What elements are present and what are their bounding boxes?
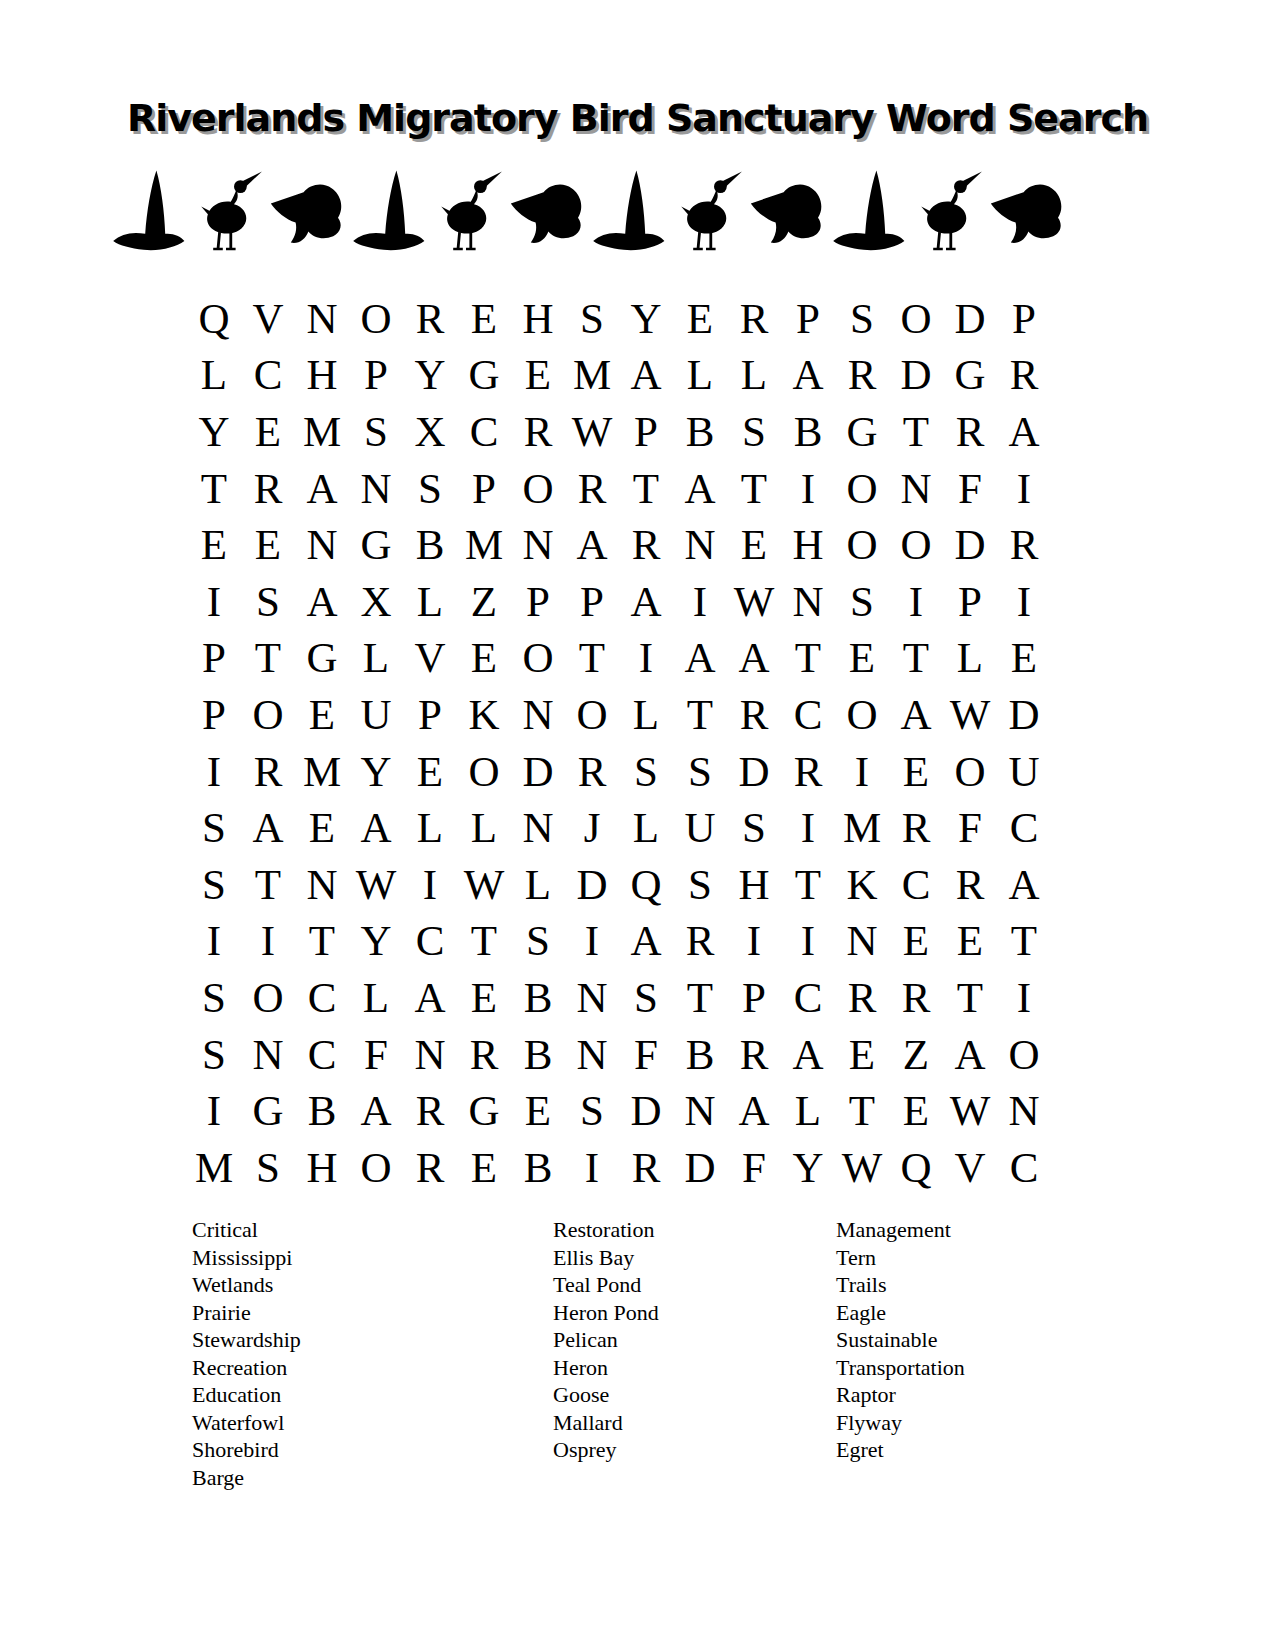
grid-cell-r3c14: T	[889, 403, 943, 460]
grid-cell-r11c13: K	[835, 856, 889, 913]
word-list-item: Heron Pond	[553, 1299, 659, 1327]
grid-cell-r16c2: S	[241, 1139, 295, 1196]
grid-cell-r11c15: R	[943, 856, 997, 913]
grid-cell-r12c2: I	[241, 913, 295, 970]
grid-cell-r15c6: G	[457, 1082, 511, 1139]
grid-cell-r5c4: G	[349, 516, 403, 573]
grid-cell-r4c14: N	[889, 460, 943, 517]
grid-cell-r14c10: B	[673, 1026, 727, 1083]
wing-up-flyer-icon	[590, 160, 670, 258]
grid-cell-r10c9: L	[619, 799, 673, 856]
grid-cell-r12c15: E	[943, 913, 997, 970]
standing-shorebird-icon	[430, 160, 510, 258]
grid-cell-r15c12: L	[781, 1082, 835, 1139]
grid-cell-r1c8: S	[565, 290, 619, 347]
grid-cell-r3c3: M	[295, 403, 349, 460]
grid-cell-r16c1: M	[187, 1139, 241, 1196]
grid-cell-r10c6: L	[457, 799, 511, 856]
grid-cell-r5c5: B	[403, 516, 457, 573]
grid-cell-r16c13: W	[835, 1139, 889, 1196]
grid-cell-r15c4: A	[349, 1082, 403, 1139]
grid-cell-r1c10: E	[673, 290, 727, 347]
grid-cell-r6c9: A	[619, 573, 673, 630]
grid-cell-r2c1: L	[187, 347, 241, 404]
grid-cell-r10c1: S	[187, 799, 241, 856]
word-list-item: Trails	[836, 1271, 965, 1299]
grid-cell-r8c8: O	[565, 686, 619, 743]
grid-cell-r9c16: U	[997, 743, 1051, 800]
grid-cell-r10c16: C	[997, 799, 1051, 856]
grid-cell-r2c16: R	[997, 347, 1051, 404]
grid-cell-r5c1: E	[187, 516, 241, 573]
grid-cell-r9c14: E	[889, 743, 943, 800]
grid-cell-r8c15: W	[943, 686, 997, 743]
grid-cell-r13c12: C	[781, 969, 835, 1026]
grid-cell-r5c2: E	[241, 516, 295, 573]
grid-cell-r11c9: Q	[619, 856, 673, 913]
grid-cell-r6c7: P	[511, 573, 565, 630]
grid-cell-r8c2: O	[241, 686, 295, 743]
grid-cell-r5c12: H	[781, 516, 835, 573]
word-list-item: Sustainable	[836, 1326, 965, 1354]
swept-wing-flyer-icon	[750, 160, 830, 258]
grid-cell-r11c5: I	[403, 856, 457, 913]
grid-cell-r10c11: S	[727, 799, 781, 856]
word-list-item: Wetlands	[192, 1271, 301, 1299]
grid-cell-r9c10: S	[673, 743, 727, 800]
grid-cell-r7c5: V	[403, 630, 457, 687]
word-list-item: Prairie	[192, 1299, 301, 1327]
wing-up-flyer-icon	[830, 160, 910, 258]
word-list-item: Osprey	[553, 1436, 659, 1464]
grid-cell-r7c12: T	[781, 630, 835, 687]
grid-cell-r10c10: U	[673, 799, 727, 856]
grid-cell-r1c15: D	[943, 290, 997, 347]
grid-cell-r4c10: A	[673, 460, 727, 517]
grid-cell-r10c2: A	[241, 799, 295, 856]
grid-cell-r10c14: R	[889, 799, 943, 856]
grid-cell-r16c8: I	[565, 1139, 619, 1196]
grid-cell-r6c8: P	[565, 573, 619, 630]
grid-cell-r10c4: A	[349, 799, 403, 856]
grid-cell-r2c14: D	[889, 347, 943, 404]
grid-cell-r14c7: B	[511, 1026, 565, 1083]
grid-cell-r1c3: N	[295, 290, 349, 347]
grid-cell-r4c5: S	[403, 460, 457, 517]
grid-cell-r5c13: O	[835, 516, 889, 573]
grid-cell-r3c4: S	[349, 403, 403, 460]
grid-cell-r11c16: A	[997, 856, 1051, 913]
word-list-item: Tern	[836, 1244, 965, 1272]
grid-cell-r3c16: A	[997, 403, 1051, 460]
grid-cell-r13c10: T	[673, 969, 727, 1026]
grid-cell-r3c11: S	[727, 403, 781, 460]
grid-cell-r6c11: W	[727, 573, 781, 630]
grid-cell-r13c11: P	[727, 969, 781, 1026]
grid-cell-r4c4: N	[349, 460, 403, 517]
grid-cell-r7c14: T	[889, 630, 943, 687]
word-list-item: Mallard	[553, 1409, 659, 1437]
grid-cell-r8c4: U	[349, 686, 403, 743]
grid-cell-r13c8: N	[565, 969, 619, 1026]
grid-cell-r4c9: T	[619, 460, 673, 517]
grid-cell-r16c14: Q	[889, 1139, 943, 1196]
word-list-item: Heron	[553, 1354, 659, 1382]
grid-cell-r10c5: L	[403, 799, 457, 856]
grid-cell-r7c6: E	[457, 630, 511, 687]
standing-shorebird-icon	[190, 160, 270, 258]
grid-cell-r3c6: C	[457, 403, 511, 460]
grid-cell-r15c8: S	[565, 1082, 619, 1139]
standing-shorebird-icon	[910, 160, 990, 258]
bird-silhouette-strip	[110, 160, 1070, 258]
grid-cell-r6c12: N	[781, 573, 835, 630]
grid-cell-r12c11: I	[727, 913, 781, 970]
word-list-item: Waterfowl	[192, 1409, 301, 1437]
grid-cell-r7c9: I	[619, 630, 673, 687]
grid-cell-r16c5: R	[403, 1139, 457, 1196]
grid-cell-r5c14: O	[889, 516, 943, 573]
grid-cell-r9c4: Y	[349, 743, 403, 800]
grid-cell-r9c2: R	[241, 743, 295, 800]
grid-cell-r15c14: E	[889, 1082, 943, 1139]
grid-cell-r11c2: T	[241, 856, 295, 913]
grid-cell-r6c14: I	[889, 573, 943, 630]
grid-cell-r4c12: I	[781, 460, 835, 517]
grid-cell-r2c2: C	[241, 347, 295, 404]
grid-cell-r14c5: N	[403, 1026, 457, 1083]
word-list-item: Eagle	[836, 1299, 965, 1327]
grid-cell-r14c9: F	[619, 1026, 673, 1083]
grid-cell-r13c5: A	[403, 969, 457, 1026]
grid-cell-r1c5: R	[403, 290, 457, 347]
grid-cell-r2c4: P	[349, 347, 403, 404]
grid-cell-r2c13: R	[835, 347, 889, 404]
grid-cell-r4c6: P	[457, 460, 511, 517]
grid-cell-r11c3: N	[295, 856, 349, 913]
word-list-item: Pelican	[553, 1326, 659, 1354]
grid-cell-r8c5: P	[403, 686, 457, 743]
grid-cell-r1c12: P	[781, 290, 835, 347]
grid-cell-r10c15: F	[943, 799, 997, 856]
grid-cell-r15c1: I	[187, 1082, 241, 1139]
grid-cell-r4c13: O	[835, 460, 889, 517]
grid-cell-r8c12: C	[781, 686, 835, 743]
grid-cell-r5c9: R	[619, 516, 673, 573]
grid-cell-r6c1: I	[187, 573, 241, 630]
word-list-item: Restoration	[553, 1216, 659, 1244]
grid-cell-r7c2: T	[241, 630, 295, 687]
word-list-item: Shorebird	[192, 1436, 301, 1464]
grid-cell-r12c3: T	[295, 913, 349, 970]
grid-cell-r9c15: O	[943, 743, 997, 800]
grid-cell-r1c6: E	[457, 290, 511, 347]
wing-up-flyer-icon	[350, 160, 430, 258]
grid-cell-r5c8: A	[565, 516, 619, 573]
grid-cell-r16c9: R	[619, 1139, 673, 1196]
grid-cell-r6c13: S	[835, 573, 889, 630]
grid-cell-r12c7: S	[511, 913, 565, 970]
word-list-item: Ellis Bay	[553, 1244, 659, 1272]
grid-cell-r2c15: G	[943, 347, 997, 404]
wing-up-flyer-icon	[110, 160, 190, 258]
grid-cell-r7c1: P	[187, 630, 241, 687]
grid-cell-r3c12: B	[781, 403, 835, 460]
grid-cell-r15c2: G	[241, 1082, 295, 1139]
grid-cell-r11c4: W	[349, 856, 403, 913]
grid-cell-r4c2: R	[241, 460, 295, 517]
grid-cell-r6c4: X	[349, 573, 403, 630]
grid-cell-r9c9: S	[619, 743, 673, 800]
grid-cell-r6c10: I	[673, 573, 727, 630]
grid-cell-r9c1: I	[187, 743, 241, 800]
grid-cell-r12c16: T	[997, 913, 1051, 970]
grid-cell-r16c7: B	[511, 1139, 565, 1196]
grid-cell-r8c11: R	[727, 686, 781, 743]
word-list-item: Mississippi	[192, 1244, 301, 1272]
grid-cell-r5c10: N	[673, 516, 727, 573]
grid-cell-r9c8: R	[565, 743, 619, 800]
grid-cell-r13c3: C	[295, 969, 349, 1026]
grid-cell-r8c14: A	[889, 686, 943, 743]
grid-cell-r2c9: A	[619, 347, 673, 404]
grid-cell-r14c3: C	[295, 1026, 349, 1083]
grid-cell-r11c11: H	[727, 856, 781, 913]
word-list-item: Flyway	[836, 1409, 965, 1437]
word-list-item: Recreation	[192, 1354, 301, 1382]
grid-cell-r8c13: O	[835, 686, 889, 743]
grid-cell-r9c11: D	[727, 743, 781, 800]
grid-cell-r12c4: Y	[349, 913, 403, 970]
grid-cell-r11c7: L	[511, 856, 565, 913]
standing-shorebird-icon	[670, 160, 750, 258]
grid-cell-r12c8: I	[565, 913, 619, 970]
grid-cell-r14c16: O	[997, 1026, 1051, 1083]
grid-cell-r3c2: E	[241, 403, 295, 460]
grid-cell-r5c6: M	[457, 516, 511, 573]
grid-cell-r1c16: P	[997, 290, 1051, 347]
grid-cell-r15c13: T	[835, 1082, 889, 1139]
grid-cell-r11c1: S	[187, 856, 241, 913]
grid-cell-r12c6: T	[457, 913, 511, 970]
grid-cell-r1c14: O	[889, 290, 943, 347]
grid-cell-r10c7: N	[511, 799, 565, 856]
grid-cell-r7c11: A	[727, 630, 781, 687]
word-list-item: Egret	[836, 1436, 965, 1464]
grid-cell-r6c16: I	[997, 573, 1051, 630]
word-list-item: Critical	[192, 1216, 301, 1244]
grid-cell-r6c5: L	[403, 573, 457, 630]
grid-cell-r14c8: N	[565, 1026, 619, 1083]
grid-cell-r13c14: R	[889, 969, 943, 1026]
grid-cell-r6c6: Z	[457, 573, 511, 630]
grid-cell-r10c12: I	[781, 799, 835, 856]
grid-cell-r9c7: D	[511, 743, 565, 800]
grid-cell-r2c8: M	[565, 347, 619, 404]
word-list-item: Transportation	[836, 1354, 965, 1382]
grid-cell-r6c2: S	[241, 573, 295, 630]
grid-cell-r1c11: R	[727, 290, 781, 347]
grid-cell-r10c13: M	[835, 799, 889, 856]
grid-cell-r5c16: R	[997, 516, 1051, 573]
grid-cell-r11c10: S	[673, 856, 727, 913]
grid-cell-r13c7: B	[511, 969, 565, 1026]
grid-cell-r5c11: E	[727, 516, 781, 573]
swept-wing-flyer-icon	[990, 160, 1070, 258]
grid-cell-r11c12: T	[781, 856, 835, 913]
page-title: Riverlands Migratory Bird Sanctuary Word…	[0, 96, 1275, 140]
grid-cell-r15c16: N	[997, 1082, 1051, 1139]
grid-cell-r6c3: A	[295, 573, 349, 630]
grid-cell-r16c11: F	[727, 1139, 781, 1196]
grid-cell-r8c10: T	[673, 686, 727, 743]
grid-cell-r12c9: A	[619, 913, 673, 970]
grid-cell-r1c13: S	[835, 290, 889, 347]
grid-cell-r14c14: Z	[889, 1026, 943, 1083]
grid-cell-r7c8: T	[565, 630, 619, 687]
grid-cell-r8c9: L	[619, 686, 673, 743]
swept-wing-flyer-icon	[270, 160, 350, 258]
grid-cell-r3c8: W	[565, 403, 619, 460]
grid-cell-r14c11: R	[727, 1026, 781, 1083]
grid-cell-r14c12: A	[781, 1026, 835, 1083]
grid-cell-r9c13: I	[835, 743, 889, 800]
grid-cell-r13c2: O	[241, 969, 295, 1026]
grid-cell-r16c15: V	[943, 1139, 997, 1196]
grid-cell-r1c1: Q	[187, 290, 241, 347]
grid-cell-r13c13: R	[835, 969, 889, 1026]
grid-cell-r15c7: E	[511, 1082, 565, 1139]
grid-cell-r12c13: N	[835, 913, 889, 970]
grid-cell-r2c5: Y	[403, 347, 457, 404]
grid-cell-r7c4: L	[349, 630, 403, 687]
grid-cell-r12c14: E	[889, 913, 943, 970]
grid-cell-r4c8: R	[565, 460, 619, 517]
grid-cell-r13c1: S	[187, 969, 241, 1026]
grid-cell-r13c15: T	[943, 969, 997, 1026]
grid-cell-r14c15: A	[943, 1026, 997, 1083]
grid-cell-r14c4: F	[349, 1026, 403, 1083]
grid-cell-r2c10: L	[673, 347, 727, 404]
grid-cell-r16c6: E	[457, 1139, 511, 1196]
grid-cell-r16c10: D	[673, 1139, 727, 1196]
grid-cell-r13c9: S	[619, 969, 673, 1026]
grid-cell-r3c5: X	[403, 403, 457, 460]
grid-cell-r14c2: N	[241, 1026, 295, 1083]
grid-cell-r8c16: D	[997, 686, 1051, 743]
grid-cell-r16c3: H	[295, 1139, 349, 1196]
grid-cell-r2c6: G	[457, 347, 511, 404]
grid-cell-r3c9: P	[619, 403, 673, 460]
grid-cell-r5c3: N	[295, 516, 349, 573]
grid-cell-r1c2: V	[241, 290, 295, 347]
grid-cell-r13c16: I	[997, 969, 1051, 1026]
grid-cell-r7c16: E	[997, 630, 1051, 687]
grid-cell-r14c6: R	[457, 1026, 511, 1083]
grid-cell-r3c13: G	[835, 403, 889, 460]
grid-cell-r14c1: S	[187, 1026, 241, 1083]
word-search-grid: QVNOREHSYERPSODPLCHPYGEMALLARDGRYEMSXCRW…	[187, 290, 1051, 1196]
grid-cell-r8c1: P	[187, 686, 241, 743]
word-list-item: Teal Pond	[553, 1271, 659, 1299]
grid-cell-r2c12: A	[781, 347, 835, 404]
grid-cell-r11c6: W	[457, 856, 511, 913]
grid-cell-r9c12: R	[781, 743, 835, 800]
grid-cell-r4c11: T	[727, 460, 781, 517]
word-list-column-2: RestorationEllis BayTeal PondHeron PondP…	[553, 1216, 659, 1464]
grid-cell-r2c7: E	[511, 347, 565, 404]
word-list-item: Stewardship	[192, 1326, 301, 1354]
word-list-item: Goose	[553, 1381, 659, 1409]
grid-cell-r12c12: I	[781, 913, 835, 970]
grid-cell-r12c10: R	[673, 913, 727, 970]
grid-cell-r15c3: B	[295, 1082, 349, 1139]
grid-cell-r13c4: L	[349, 969, 403, 1026]
grid-cell-r7c7: O	[511, 630, 565, 687]
grid-cell-r4c7: O	[511, 460, 565, 517]
word-list-column-1: CriticalMississippiWetlandsPrairieStewar…	[192, 1216, 301, 1491]
grid-cell-r6c15: P	[943, 573, 997, 630]
grid-cell-r10c3: E	[295, 799, 349, 856]
grid-cell-r15c9: D	[619, 1082, 673, 1139]
word-list-item: Barge	[192, 1464, 301, 1492]
grid-cell-r4c16: I	[997, 460, 1051, 517]
grid-cell-r4c3: A	[295, 460, 349, 517]
grid-cell-r4c1: T	[187, 460, 241, 517]
grid-cell-r9c6: O	[457, 743, 511, 800]
grid-cell-r11c8: D	[565, 856, 619, 913]
grid-cell-r9c5: E	[403, 743, 457, 800]
grid-cell-r16c12: Y	[781, 1139, 835, 1196]
worksheet-page: Riverlands Migratory Bird Sanctuary Word…	[0, 0, 1275, 1650]
grid-cell-r7c10: A	[673, 630, 727, 687]
grid-cell-r15c5: R	[403, 1082, 457, 1139]
word-list-item: Education	[192, 1381, 301, 1409]
grid-cell-r11c14: C	[889, 856, 943, 913]
grid-cell-r3c15: R	[943, 403, 997, 460]
grid-cell-r1c4: O	[349, 290, 403, 347]
grid-cell-r12c1: I	[187, 913, 241, 970]
grid-cell-r1c9: Y	[619, 290, 673, 347]
grid-cell-r1c7: H	[511, 290, 565, 347]
swept-wing-flyer-icon	[510, 160, 590, 258]
grid-cell-r10c8: J	[565, 799, 619, 856]
grid-cell-r3c1: Y	[187, 403, 241, 460]
grid-cell-r16c4: O	[349, 1139, 403, 1196]
grid-cell-r4c15: F	[943, 460, 997, 517]
grid-cell-r7c3: G	[295, 630, 349, 687]
grid-cell-r15c10: N	[673, 1082, 727, 1139]
grid-cell-r2c11: L	[727, 347, 781, 404]
grid-cell-r3c7: R	[511, 403, 565, 460]
grid-cell-r16c16: C	[997, 1139, 1051, 1196]
grid-cell-r14c13: E	[835, 1026, 889, 1083]
grid-cell-r15c15: W	[943, 1082, 997, 1139]
word-list-item: Raptor	[836, 1381, 965, 1409]
grid-cell-r5c15: D	[943, 516, 997, 573]
grid-cell-r12c5: C	[403, 913, 457, 970]
grid-cell-r2c3: H	[295, 347, 349, 404]
grid-cell-r3c10: B	[673, 403, 727, 460]
word-list-column-3: ManagementTernTrailsEagleSustainableTran…	[836, 1216, 965, 1464]
grid-cell-r15c11: A	[727, 1082, 781, 1139]
grid-cell-r8c6: K	[457, 686, 511, 743]
grid-cell-r13c6: E	[457, 969, 511, 1026]
grid-cell-r5c7: N	[511, 516, 565, 573]
grid-cell-r8c3: E	[295, 686, 349, 743]
word-list-item: Management	[836, 1216, 965, 1244]
grid-cell-r9c3: M	[295, 743, 349, 800]
